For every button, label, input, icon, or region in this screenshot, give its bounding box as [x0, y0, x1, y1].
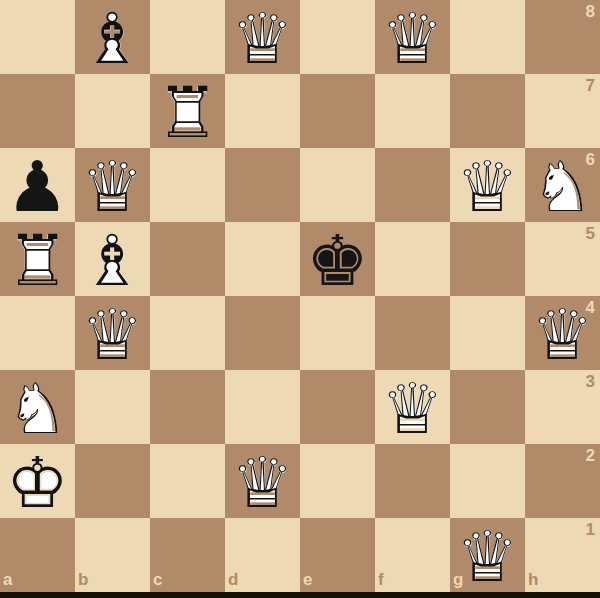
square-e3[interactable]	[300, 370, 375, 444]
piece-white-queen[interactable]: ♛♕	[375, 0, 450, 74]
square-h5[interactable]: 5	[525, 222, 600, 296]
square-f2[interactable]	[375, 444, 450, 518]
piece-white-bishop[interactable]: ♝♗	[75, 0, 150, 74]
piece-white-queen[interactable]: ♛♕	[225, 444, 300, 518]
piece-black-pawn[interactable]: ♟	[0, 148, 75, 222]
square-a5[interactable]: ♜♖	[0, 222, 75, 296]
square-a7[interactable]	[0, 74, 75, 148]
square-e1[interactable]: e	[300, 518, 375, 592]
square-d8[interactable]: ♛♕	[225, 0, 300, 74]
square-f5[interactable]	[375, 222, 450, 296]
square-c7[interactable]: ♜♖	[150, 74, 225, 148]
square-g6[interactable]: ♛♕	[450, 148, 525, 222]
file-label-h: h	[528, 571, 538, 588]
piece-white-queen[interactable]: ♛♕	[450, 518, 525, 592]
square-d3[interactable]	[225, 370, 300, 444]
chess-board: ♝♗♛♕♛♕8♜♖7♟♛♕♛♕6♞♘♜♖♝♗♚5♛♕4♛♕♞♘♛♕3♚♔♛♕2a…	[0, 0, 600, 592]
square-f4[interactable]	[375, 296, 450, 370]
square-d4[interactable]	[225, 296, 300, 370]
square-f7[interactable]	[375, 74, 450, 148]
square-f1[interactable]: f	[375, 518, 450, 592]
piece-white-queen[interactable]: ♛♕	[225, 0, 300, 74]
square-g8[interactable]	[450, 0, 525, 74]
rank-label-7: 7	[586, 77, 595, 94]
piece-white-queen[interactable]: ♛♕	[75, 296, 150, 370]
file-label-b: b	[78, 571, 88, 588]
square-b4[interactable]: ♛♕	[75, 296, 150, 370]
square-a8[interactable]	[0, 0, 75, 74]
square-h8[interactable]: 8	[525, 0, 600, 74]
square-f8[interactable]: ♛♕	[375, 0, 450, 74]
square-h2[interactable]: 2	[525, 444, 600, 518]
piece-white-queen[interactable]: ♛♕	[525, 296, 600, 370]
piece-white-rook[interactable]: ♜♖	[0, 222, 75, 296]
square-b8[interactable]: ♝♗	[75, 0, 150, 74]
square-e4[interactable]	[300, 296, 375, 370]
piece-white-knight[interactable]: ♞♘	[0, 370, 75, 444]
square-d1[interactable]: d	[225, 518, 300, 592]
file-label-d: d	[228, 571, 238, 588]
square-c4[interactable]	[150, 296, 225, 370]
piece-white-queen[interactable]: ♛♕	[75, 148, 150, 222]
piece-black-king[interactable]: ♚	[300, 222, 375, 296]
square-b3[interactable]	[75, 370, 150, 444]
square-c2[interactable]	[150, 444, 225, 518]
square-b1[interactable]: b	[75, 518, 150, 592]
square-a4[interactable]	[0, 296, 75, 370]
square-c1[interactable]: c	[150, 518, 225, 592]
square-g4[interactable]	[450, 296, 525, 370]
square-h3[interactable]: 3	[525, 370, 600, 444]
square-g3[interactable]	[450, 370, 525, 444]
square-f3[interactable]: ♛♕	[375, 370, 450, 444]
chess-position-screenshot: ♝♗♛♕♛♕8♜♖7♟♛♕♛♕6♞♘♜♖♝♗♚5♛♕4♛♕♞♘♛♕3♚♔♛♕2a…	[0, 0, 600, 598]
square-a3[interactable]: ♞♘	[0, 370, 75, 444]
square-e6[interactable]	[300, 148, 375, 222]
rank-label-1: 1	[586, 521, 595, 538]
square-b7[interactable]	[75, 74, 150, 148]
square-g7[interactable]	[450, 74, 525, 148]
square-a6[interactable]: ♟	[0, 148, 75, 222]
square-a1[interactable]: a	[0, 518, 75, 592]
piece-white-king[interactable]: ♚♔	[0, 444, 75, 518]
square-f6[interactable]	[375, 148, 450, 222]
square-h1[interactable]: h1	[525, 518, 600, 592]
square-c8[interactable]	[150, 0, 225, 74]
piece-white-bishop[interactable]: ♝♗	[75, 222, 150, 296]
piece-white-queen[interactable]: ♛♕	[375, 370, 450, 444]
square-e8[interactable]	[300, 0, 375, 74]
square-c6[interactable]	[150, 148, 225, 222]
piece-white-queen[interactable]: ♛♕	[450, 148, 525, 222]
square-b2[interactable]	[75, 444, 150, 518]
file-label-a: a	[3, 571, 12, 588]
rank-label-8: 8	[586, 3, 595, 20]
square-g2[interactable]	[450, 444, 525, 518]
square-d5[interactable]	[225, 222, 300, 296]
rank-label-2: 2	[586, 447, 595, 464]
file-label-c: c	[153, 571, 162, 588]
square-a2[interactable]: ♚♔	[0, 444, 75, 518]
square-b5[interactable]: ♝♗	[75, 222, 150, 296]
square-d6[interactable]	[225, 148, 300, 222]
piece-white-rook[interactable]: ♜♖	[150, 74, 225, 148]
square-h6[interactable]: 6♞♘	[525, 148, 600, 222]
square-e7[interactable]	[300, 74, 375, 148]
square-c5[interactable]	[150, 222, 225, 296]
square-b6[interactable]: ♛♕	[75, 148, 150, 222]
square-h7[interactable]: 7	[525, 74, 600, 148]
piece-white-knight[interactable]: ♞♘	[525, 148, 600, 222]
square-g5[interactable]	[450, 222, 525, 296]
square-e5[interactable]: ♚	[300, 222, 375, 296]
file-label-f: f	[378, 571, 384, 588]
square-g1[interactable]: g♛♕	[450, 518, 525, 592]
square-e2[interactable]	[300, 444, 375, 518]
square-d7[interactable]	[225, 74, 300, 148]
square-h4[interactable]: 4♛♕	[525, 296, 600, 370]
square-c3[interactable]	[150, 370, 225, 444]
square-d2[interactable]: ♛♕	[225, 444, 300, 518]
file-label-e: e	[303, 571, 312, 588]
